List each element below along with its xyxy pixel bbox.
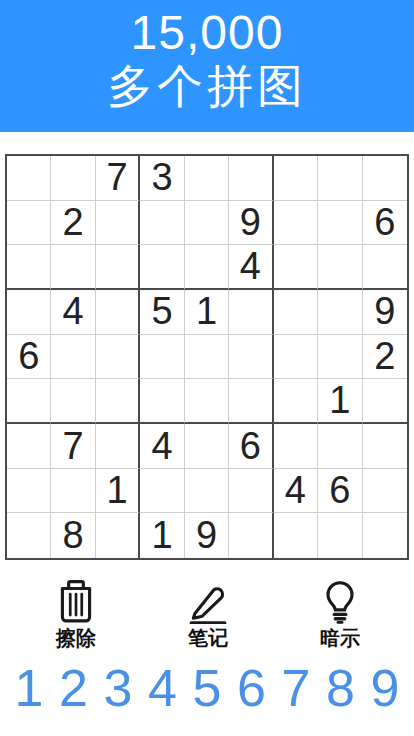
cell-r2c4[interactable] (140, 201, 184, 246)
cell-r3c2[interactable] (51, 245, 95, 290)
cell-r4c7[interactable] (274, 290, 318, 335)
cell-r5c4[interactable] (140, 335, 184, 380)
cell-r3c3[interactable] (96, 245, 140, 290)
cell-r3c8[interactable] (318, 245, 362, 290)
cell-r1c2[interactable] (51, 156, 95, 201)
cell-r4c8[interactable] (318, 290, 362, 335)
cell-r9c6[interactable] (229, 513, 273, 558)
cell-r7c9[interactable] (363, 424, 407, 469)
cell-r9c3[interactable] (96, 513, 140, 558)
numpad-9[interactable]: 9 (370, 662, 400, 714)
cell-r2c7[interactable] (274, 201, 318, 246)
cell-r8c8[interactable]: 6 (318, 469, 362, 514)
cell-r6c2[interactable] (51, 379, 95, 424)
cell-r6c7[interactable] (274, 379, 318, 424)
cell-r3c4[interactable] (140, 245, 184, 290)
cell-r1c1[interactable] (7, 156, 51, 201)
cell-r8c4[interactable] (140, 469, 184, 514)
notes-button[interactable]: 笔记 (162, 578, 254, 650)
cell-r4c1[interactable] (7, 290, 51, 335)
cell-r1c8[interactable] (318, 156, 362, 201)
cell-r4c9[interactable]: 9 (363, 290, 407, 335)
cell-r8c1[interactable] (7, 469, 51, 514)
lightbulb-icon (317, 578, 363, 624)
banner-subtitle: 多个拼图 (0, 57, 414, 117)
cell-r9c1[interactable] (7, 513, 51, 558)
cell-r5c5[interactable] (185, 335, 229, 380)
cell-r3c5[interactable] (185, 245, 229, 290)
cell-r6c6[interactable] (229, 379, 273, 424)
cell-r6c9[interactable] (363, 379, 407, 424)
cell-r4c2[interactable]: 4 (51, 290, 95, 335)
numpad-4[interactable]: 4 (148, 662, 178, 714)
toolbar: 擦除 笔记 暗示 (0, 560, 414, 650)
pencil-icon (185, 578, 231, 624)
cell-r8c3[interactable]: 1 (96, 469, 140, 514)
cell-r3c1[interactable] (7, 245, 51, 290)
cell-r1c6[interactable] (229, 156, 273, 201)
cell-r5c8[interactable] (318, 335, 362, 380)
cell-r3c9[interactable] (363, 245, 407, 290)
cell-r7c7[interactable] (274, 424, 318, 469)
cell-r6c5[interactable] (185, 379, 229, 424)
cell-r7c1[interactable] (7, 424, 51, 469)
cell-r3c6[interactable]: 4 (229, 245, 273, 290)
cell-r8c6[interactable] (229, 469, 273, 514)
erase-label: 擦除 (56, 626, 96, 650)
numpad-3[interactable]: 3 (103, 662, 133, 714)
cell-r2c2[interactable]: 2 (51, 201, 95, 246)
cell-r9c5[interactable]: 9 (185, 513, 229, 558)
numpad-1[interactable]: 1 (14, 662, 44, 714)
hint-button[interactable]: 暗示 (294, 578, 386, 650)
cell-r2c6[interactable]: 9 (229, 201, 273, 246)
cell-r6c3[interactable] (96, 379, 140, 424)
cell-r2c8[interactable] (318, 201, 362, 246)
cell-r4c5[interactable]: 1 (185, 290, 229, 335)
cell-r2c1[interactable] (7, 201, 51, 246)
cell-r3c7[interactable] (274, 245, 318, 290)
numpad-7[interactable]: 7 (281, 662, 311, 714)
cell-r2c5[interactable] (185, 201, 229, 246)
cell-r7c4[interactable]: 4 (140, 424, 184, 469)
cell-r9c2[interactable]: 8 (51, 513, 95, 558)
numpad-5[interactable]: 5 (192, 662, 222, 714)
sudoku-board: 7329644519621746146819 (5, 154, 409, 560)
promo-banner[interactable]: 15,000 多个拼图 (0, 0, 414, 132)
cell-r1c9[interactable] (363, 156, 407, 201)
cell-r1c4[interactable]: 3 (140, 156, 184, 201)
cell-r5c2[interactable] (51, 335, 95, 380)
cell-r7c6[interactable]: 6 (229, 424, 273, 469)
hint-label: 暗示 (320, 626, 360, 650)
cell-r4c4[interactable]: 5 (140, 290, 184, 335)
cell-r2c3[interactable] (96, 201, 140, 246)
cell-r5c1[interactable]: 6 (7, 335, 51, 380)
cell-r9c9[interactable] (363, 513, 407, 558)
trash-icon (53, 578, 99, 624)
cell-r5c6[interactable] (229, 335, 273, 380)
cell-r7c2[interactable]: 7 (51, 424, 95, 469)
cell-r5c7[interactable] (274, 335, 318, 380)
numpad-8[interactable]: 8 (326, 662, 356, 714)
cell-r8c7[interactable]: 4 (274, 469, 318, 514)
cell-r5c9[interactable]: 2 (363, 335, 407, 380)
erase-button[interactable]: 擦除 (30, 578, 122, 650)
cell-r6c1[interactable] (7, 379, 51, 424)
numpad-6[interactable]: 6 (237, 662, 267, 714)
cell-r8c5[interactable] (185, 469, 229, 514)
cell-r8c9[interactable] (363, 469, 407, 514)
cell-r1c7[interactable] (274, 156, 318, 201)
banner-count: 15,000 (0, 0, 414, 57)
cell-r7c3[interactable] (96, 424, 140, 469)
cell-r8c2[interactable] (51, 469, 95, 514)
number-pad: 1 2 3 4 5 6 7 8 9 (0, 650, 414, 714)
cell-r2c9[interactable]: 6 (363, 201, 407, 246)
cell-r7c5[interactable] (185, 424, 229, 469)
numpad-2[interactable]: 2 (59, 662, 89, 714)
cell-r6c8[interactable]: 1 (318, 379, 362, 424)
cell-r1c3[interactable]: 7 (96, 156, 140, 201)
notes-label: 笔记 (188, 626, 228, 650)
cell-r9c7[interactable] (274, 513, 318, 558)
cell-r1c5[interactable] (185, 156, 229, 201)
cell-r9c8[interactable] (318, 513, 362, 558)
cell-r5c3[interactable] (96, 335, 140, 380)
cell-r4c6[interactable] (229, 290, 273, 335)
cell-r9c4[interactable]: 1 (140, 513, 184, 558)
cell-r6c4[interactable] (140, 379, 184, 424)
cell-r4c3[interactable] (96, 290, 140, 335)
cell-r7c8[interactable] (318, 424, 362, 469)
